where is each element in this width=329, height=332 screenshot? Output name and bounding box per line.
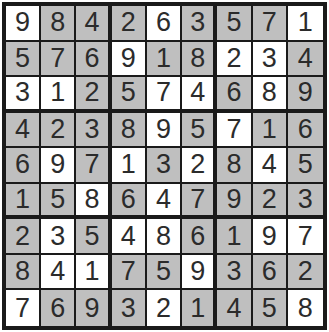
cell-r5c3: 7 [76, 148, 111, 184]
cell-r4c9: 6 [288, 113, 323, 149]
cell-r4c3: 3 [76, 113, 111, 149]
cell-r4c6: 5 [182, 113, 217, 149]
cell-r1c4: 2 [112, 6, 147, 42]
cell-r3c7: 6 [217, 77, 252, 113]
cell-r5c6: 2 [182, 148, 217, 184]
cell-r4c2: 2 [41, 113, 76, 149]
cell-r6c9: 3 [288, 184, 323, 220]
cell-r8c3: 1 [76, 255, 111, 291]
cell-r8c6: 9 [182, 255, 217, 291]
cell-r5c5: 3 [147, 148, 182, 184]
cell-r3c3: 2 [76, 77, 111, 113]
cell-r8c5: 5 [147, 255, 182, 291]
cell-r2c1: 5 [6, 42, 41, 78]
cell-r5c8: 4 [253, 148, 288, 184]
cell-r3c9: 9 [288, 77, 323, 113]
cell-r1c8: 7 [253, 6, 288, 42]
cell-r9c5: 2 [147, 290, 182, 326]
cell-r8c4: 7 [112, 255, 147, 291]
cell-r9c7: 4 [217, 290, 252, 326]
cell-r7c4: 4 [112, 219, 147, 255]
cell-r3c6: 4 [182, 77, 217, 113]
cell-r4c1: 4 [6, 113, 41, 149]
cell-r9c1: 7 [6, 290, 41, 326]
cell-r9c4: 3 [112, 290, 147, 326]
cell-r7c8: 9 [253, 219, 288, 255]
cell-r5c4: 1 [112, 148, 147, 184]
cell-r5c7: 8 [217, 148, 252, 184]
cell-r6c6: 7 [182, 184, 217, 220]
cell-r7c7: 1 [217, 219, 252, 255]
cell-r9c2: 6 [41, 290, 76, 326]
cell-r1c6: 3 [182, 6, 217, 42]
cell-r4c5: 9 [147, 113, 182, 149]
cell-r9c6: 1 [182, 290, 217, 326]
cell-r7c3: 5 [76, 219, 111, 255]
cell-r9c8: 5 [253, 290, 288, 326]
cell-r9c9: 8 [288, 290, 323, 326]
cell-r7c2: 3 [41, 219, 76, 255]
cell-r5c9: 5 [288, 148, 323, 184]
cell-r2c9: 4 [288, 42, 323, 78]
cell-r1c9: 1 [288, 6, 323, 42]
cell-r3c1: 3 [6, 77, 41, 113]
cell-r3c5: 7 [147, 77, 182, 113]
cell-r7c6: 6 [182, 219, 217, 255]
cell-r7c5: 8 [147, 219, 182, 255]
cell-r2c5: 1 [147, 42, 182, 78]
cell-r3c2: 1 [41, 77, 76, 113]
cell-r3c4: 5 [112, 77, 147, 113]
cell-r1c5: 6 [147, 6, 182, 42]
cell-r8c8: 6 [253, 255, 288, 291]
cell-r2c7: 2 [217, 42, 252, 78]
cell-r7c9: 7 [288, 219, 323, 255]
cell-r8c9: 2 [288, 255, 323, 291]
cell-r1c1: 9 [6, 6, 41, 42]
cell-r6c1: 1 [6, 184, 41, 220]
cell-r6c8: 2 [253, 184, 288, 220]
cell-r6c2: 5 [41, 184, 76, 220]
cell-r5c1: 6 [6, 148, 41, 184]
cell-r9c3: 9 [76, 290, 111, 326]
cell-r6c5: 4 [147, 184, 182, 220]
cell-r3c8: 8 [253, 77, 288, 113]
cell-r5c2: 9 [41, 148, 76, 184]
cell-r4c4: 8 [112, 113, 147, 149]
cell-r2c4: 9 [112, 42, 147, 78]
cell-r8c2: 4 [41, 255, 76, 291]
cell-r6c7: 9 [217, 184, 252, 220]
cell-r7c1: 2 [6, 219, 41, 255]
cell-r2c2: 7 [41, 42, 76, 78]
cell-r1c2: 8 [41, 6, 76, 42]
cell-r4c7: 7 [217, 113, 252, 149]
cell-r1c3: 4 [76, 6, 111, 42]
cell-r8c7: 3 [217, 255, 252, 291]
cell-r8c1: 8 [6, 255, 41, 291]
cell-r6c3: 8 [76, 184, 111, 220]
cell-r4c8: 1 [253, 113, 288, 149]
cell-r6c4: 6 [112, 184, 147, 220]
cell-r2c6: 8 [182, 42, 217, 78]
cell-r2c8: 3 [253, 42, 288, 78]
sudoku-board: 9842635715769182343125746894238957166971… [2, 2, 327, 330]
cell-r2c3: 6 [76, 42, 111, 78]
cell-r1c7: 5 [217, 6, 252, 42]
